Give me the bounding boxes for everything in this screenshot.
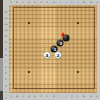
coord-label-top: G bbox=[47, 1, 49, 3]
coord-label-bottom: F bbox=[41, 95, 42, 97]
coord-label-bottom: C bbox=[22, 95, 23, 97]
coord-label-bottom: G bbox=[47, 95, 49, 97]
move-number: 1 bbox=[53, 47, 56, 51]
coord-label-top: M bbox=[83, 1, 85, 3]
coord-label-left: 12 bbox=[4, 29, 7, 31]
coord-label-bottom: N bbox=[90, 95, 92, 97]
coord-label-left: 4 bbox=[5, 78, 6, 80]
coord-label-bottom: J bbox=[66, 95, 67, 97]
coord-label-top: E bbox=[34, 1, 35, 3]
coord-label-top: C bbox=[22, 1, 23, 3]
board-surface[interactable]: 3142 bbox=[9, 5, 97, 92]
coord-label-bottom: H bbox=[53, 95, 55, 97]
coord-label-top: F bbox=[41, 1, 42, 3]
black-stone: 3 bbox=[57, 40, 64, 47]
star-point bbox=[77, 71, 79, 73]
window-edge-strip-bottom bbox=[0, 91, 3, 100]
coord-label-left: 6 bbox=[5, 66, 6, 68]
coord-label-top: N bbox=[90, 1, 92, 3]
star-point bbox=[28, 22, 30, 24]
coord-label-top: D bbox=[28, 1, 30, 3]
coord-label-top: A bbox=[10, 1, 11, 3]
window-edge-strip-mid bbox=[0, 58, 3, 91]
coord-label-top: H bbox=[53, 1, 55, 3]
coord-label-top: L bbox=[78, 1, 79, 3]
coord-label-left: 15 bbox=[4, 10, 7, 12]
move-number: 2 bbox=[57, 53, 60, 57]
coord-label-bottom: K bbox=[71, 95, 72, 97]
coord-label-left: 2 bbox=[5, 90, 6, 92]
last-move-marker-icon bbox=[61, 32, 65, 36]
coord-label-top: J bbox=[66, 1, 67, 3]
coord-label-bottom: A bbox=[10, 95, 11, 97]
coord-label-left: 10 bbox=[4, 41, 7, 43]
coord-label-left: 8 bbox=[5, 54, 6, 56]
coord-label-top: I bbox=[59, 1, 60, 3]
coord-label-bottom: O bbox=[96, 95, 98, 97]
move-number: 3 bbox=[59, 41, 62, 45]
coord-label-top: K bbox=[71, 1, 72, 3]
window-edge-strip bbox=[0, 0, 3, 58]
coord-label-bottom: E bbox=[34, 95, 35, 97]
coord-label-left: 7 bbox=[5, 60, 6, 62]
coord-label-left: 9 bbox=[5, 47, 6, 49]
star-point bbox=[77, 22, 79, 24]
coord-label-bottom: D bbox=[28, 95, 30, 97]
coord-label-bottom: M bbox=[83, 95, 85, 97]
coord-label-left: 14 bbox=[4, 17, 7, 19]
coord-label-left: 11 bbox=[4, 35, 7, 37]
star-point bbox=[28, 71, 30, 73]
move-number: 4 bbox=[46, 53, 49, 57]
white-stone: 2 bbox=[54, 52, 61, 59]
app-screenshot: 3142 ABCDEFGHIJKLMNOABCDEFGHIJKLMNO15141… bbox=[0, 0, 100, 100]
coord-label-bottom: B bbox=[16, 95, 17, 97]
coord-label-left: 13 bbox=[4, 23, 7, 25]
coord-label-left: 3 bbox=[5, 84, 6, 86]
coord-label-left: 1 bbox=[5, 97, 6, 99]
coord-label-top: O bbox=[96, 1, 98, 3]
coord-label-top: B bbox=[16, 1, 17, 3]
white-stone: 4 bbox=[43, 52, 50, 59]
coord-label-bottom: L bbox=[78, 95, 79, 97]
coord-label-bottom: I bbox=[59, 95, 60, 97]
coord-label-left: 5 bbox=[5, 72, 6, 74]
